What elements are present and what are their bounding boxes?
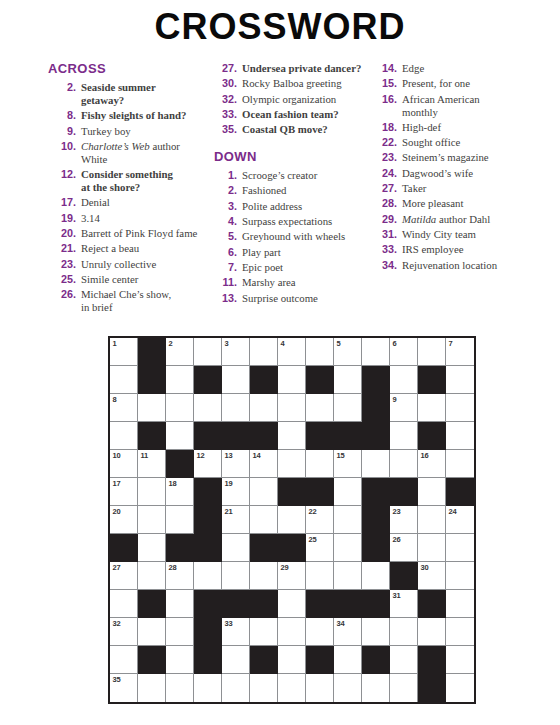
white-cell[interactable]: 4 bbox=[278, 338, 306, 366]
white-cell[interactable] bbox=[390, 422, 418, 450]
clue-text: Sought office bbox=[397, 136, 548, 149]
clue-text: Coastal QB move? bbox=[237, 123, 376, 136]
down-clue-7: 7.Epic poet bbox=[214, 261, 376, 274]
cell-number: 26 bbox=[393, 535, 401, 544]
white-cell[interactable] bbox=[306, 562, 334, 590]
clue-text: High-def bbox=[397, 121, 548, 134]
black-cell bbox=[362, 646, 390, 674]
down-clue-34: 34.Rejuvenation location bbox=[378, 259, 548, 272]
white-cell[interactable]: 33 bbox=[222, 618, 250, 646]
white-cell[interactable] bbox=[334, 506, 362, 534]
clue-number: 25. bbox=[48, 273, 76, 286]
black-cell bbox=[362, 366, 390, 394]
black-cell bbox=[194, 422, 222, 450]
black-cell bbox=[306, 590, 334, 618]
white-cell[interactable]: 20 bbox=[110, 506, 138, 534]
white-cell[interactable] bbox=[418, 478, 446, 506]
white-cell[interactable] bbox=[446, 590, 474, 618]
white-cell[interactable] bbox=[110, 646, 138, 674]
white-cell[interactable] bbox=[446, 646, 474, 674]
white-cell[interactable] bbox=[222, 674, 250, 702]
white-cell[interactable] bbox=[166, 618, 194, 646]
down-clue-2: 2.Fashioned bbox=[214, 184, 376, 197]
down-clue-4: 4.Surpass expectations bbox=[214, 215, 376, 228]
across-clue-21: 21.Reject a beau bbox=[48, 242, 212, 255]
cell-number: 18 bbox=[169, 479, 177, 488]
black-cell bbox=[138, 422, 166, 450]
white-cell[interactable] bbox=[138, 534, 166, 562]
white-cell[interactable] bbox=[138, 394, 166, 422]
down-clue-6: 6.Play part bbox=[214, 246, 376, 259]
clue-text: Windy City team bbox=[397, 228, 548, 241]
cell-number: 20 bbox=[113, 507, 121, 516]
black-cell bbox=[306, 422, 334, 450]
black-cell bbox=[362, 590, 390, 618]
down-clue-18: 18.High-def bbox=[378, 121, 548, 134]
across-clue-27: 27.Undersea private dancer? bbox=[214, 62, 376, 75]
black-cell bbox=[222, 590, 250, 618]
black-cell bbox=[362, 422, 390, 450]
white-cell[interactable] bbox=[110, 422, 138, 450]
cell-number: 1 bbox=[113, 339, 117, 348]
clue-text: Matilda author Dahl bbox=[397, 213, 548, 226]
page-title: CROSSWORD bbox=[0, 6, 560, 48]
black-cell bbox=[418, 590, 446, 618]
white-cell[interactable] bbox=[446, 450, 474, 478]
white-cell[interactable]: 23 bbox=[390, 506, 418, 534]
down-clue-3: 3.Polite address bbox=[214, 200, 376, 213]
white-cell[interactable] bbox=[334, 534, 362, 562]
down-clue-13: 13.Surprise outcome bbox=[214, 292, 376, 305]
down-clue-5: 5.Greyhound with wheels bbox=[214, 230, 376, 243]
white-cell[interactable]: 17 bbox=[110, 478, 138, 506]
white-cell[interactable] bbox=[362, 338, 390, 366]
white-cell[interactable] bbox=[446, 394, 474, 422]
white-cell[interactable] bbox=[418, 618, 446, 646]
black-cell bbox=[250, 590, 278, 618]
white-cell[interactable]: 12 bbox=[194, 450, 222, 478]
white-cell[interactable]: 22 bbox=[306, 506, 334, 534]
black-cell bbox=[446, 478, 474, 506]
white-cell[interactable] bbox=[390, 450, 418, 478]
across-clue-30: 30.Rocky Balboa greeting bbox=[214, 77, 376, 90]
black-cell bbox=[250, 646, 278, 674]
white-cell[interactable] bbox=[446, 618, 474, 646]
black-cell bbox=[194, 366, 222, 394]
cell-number: 11 bbox=[141, 451, 149, 460]
white-cell[interactable]: 29 bbox=[278, 562, 306, 590]
black-cell bbox=[362, 394, 390, 422]
clue-text: Fishy sleights of hand? bbox=[76, 109, 212, 122]
white-cell[interactable] bbox=[390, 618, 418, 646]
white-cell[interactable] bbox=[138, 478, 166, 506]
cell-number: 8 bbox=[113, 395, 117, 404]
white-cell[interactable] bbox=[446, 674, 474, 702]
clue-number: 31. bbox=[378, 228, 397, 241]
black-cell bbox=[138, 366, 166, 394]
white-cell[interactable] bbox=[166, 674, 194, 702]
cell-number: 16 bbox=[421, 451, 429, 460]
across-clue-9: 9.Turkey boy bbox=[48, 125, 212, 138]
white-cell[interactable] bbox=[278, 394, 306, 422]
cell-number: 12 bbox=[197, 451, 205, 460]
white-cell[interactable] bbox=[278, 674, 306, 702]
clue-number: 7. bbox=[214, 261, 237, 274]
white-cell[interactable]: 9 bbox=[390, 394, 418, 422]
white-cell[interactable]: 24 bbox=[446, 506, 474, 534]
clue-text: Simile center bbox=[76, 273, 212, 286]
white-cell[interactable] bbox=[250, 674, 278, 702]
puzzle-page: CROSSWORD ACROSS2.Seaside summer getaway… bbox=[0, 0, 560, 725]
white-cell[interactable]: 13 bbox=[222, 450, 250, 478]
cell-number: 27 bbox=[113, 563, 121, 572]
cell-number: 31 bbox=[393, 591, 401, 600]
clue-number: 11. bbox=[214, 276, 237, 289]
white-cell[interactable]: 10 bbox=[110, 450, 138, 478]
white-cell[interactable] bbox=[278, 618, 306, 646]
clue-number: 23. bbox=[378, 151, 397, 164]
white-cell[interactable] bbox=[418, 394, 446, 422]
clue-number: 22. bbox=[378, 136, 397, 149]
white-cell[interactable] bbox=[446, 422, 474, 450]
down-clue-24: 24.Dagwood’s wife bbox=[378, 167, 548, 180]
down-clue-23: 23.Steinem’s magazine bbox=[378, 151, 548, 164]
down-clue-14: 14.Edge bbox=[378, 62, 548, 75]
clue-number: 32. bbox=[214, 93, 237, 106]
cell-number: 29 bbox=[281, 563, 289, 572]
clue-number: 33. bbox=[214, 108, 237, 121]
white-cell[interactable] bbox=[166, 590, 194, 618]
clue-text: Ocean fashion team? bbox=[237, 108, 376, 121]
white-cell[interactable] bbox=[278, 450, 306, 478]
white-cell[interactable] bbox=[306, 394, 334, 422]
white-cell[interactable] bbox=[278, 506, 306, 534]
cell-number: 15 bbox=[337, 451, 345, 460]
white-cell[interactable] bbox=[362, 450, 390, 478]
clue-text: Unruly collective bbox=[76, 258, 212, 271]
black-cell bbox=[362, 506, 390, 534]
clue-text: Edge bbox=[397, 62, 548, 75]
cell-number: 32 bbox=[113, 619, 121, 628]
white-cell[interactable] bbox=[194, 394, 222, 422]
white-cell[interactable]: 31 bbox=[390, 590, 418, 618]
white-cell[interactable] bbox=[446, 562, 474, 590]
clue-text: Olympic organization bbox=[237, 93, 376, 106]
cell-number: 34 bbox=[337, 619, 345, 628]
white-cell[interactable] bbox=[138, 562, 166, 590]
white-cell[interactable]: 11 bbox=[138, 450, 166, 478]
white-cell[interactable]: 6 bbox=[390, 338, 418, 366]
white-cell[interactable] bbox=[334, 478, 362, 506]
clue-number: 30. bbox=[214, 77, 237, 90]
down-clue-29: 29.Matilda author Dahl bbox=[378, 213, 548, 226]
white-cell[interactable]: 25 bbox=[306, 534, 334, 562]
cell-number: 33 bbox=[225, 619, 233, 628]
white-cell[interactable]: 18 bbox=[166, 478, 194, 506]
black-cell bbox=[306, 478, 334, 506]
white-cell[interactable] bbox=[166, 422, 194, 450]
clue-text: Present, for one bbox=[397, 77, 548, 90]
white-cell[interactable] bbox=[390, 366, 418, 394]
black-cell bbox=[166, 450, 194, 478]
across-clue-12: 12.Consider something at the shore? bbox=[48, 168, 212, 194]
white-cell[interactable] bbox=[362, 674, 390, 702]
across-clue-10: 10.Charlotte’s Web author White bbox=[48, 140, 212, 166]
white-cell[interactable] bbox=[138, 506, 166, 534]
cell-number: 30 bbox=[421, 563, 429, 572]
white-cell[interactable] bbox=[222, 534, 250, 562]
cell-number: 23 bbox=[393, 507, 401, 516]
across-clue-8: 8.Fishy sleights of hand? bbox=[48, 109, 212, 122]
white-cell[interactable] bbox=[446, 534, 474, 562]
clue-text: IRS employee bbox=[397, 243, 548, 256]
clue-column-2: 27.Undersea private dancer?30.Rocky Balb… bbox=[214, 62, 376, 307]
white-cell[interactable] bbox=[138, 618, 166, 646]
clue-number: 8. bbox=[48, 109, 76, 122]
clue-number: 5. bbox=[214, 230, 237, 243]
across-clue-26: 26.Michael Che’s show, in brief bbox=[48, 288, 212, 314]
black-cell bbox=[194, 590, 222, 618]
white-cell[interactable] bbox=[390, 674, 418, 702]
down-clue-27: 27.Taker bbox=[378, 182, 548, 195]
black-cell bbox=[194, 646, 222, 674]
black-cell bbox=[418, 646, 446, 674]
clue-number: 33. bbox=[378, 243, 397, 256]
white-cell[interactable]: 14 bbox=[250, 450, 278, 478]
cell-number: 35 bbox=[113, 675, 121, 684]
black-cell bbox=[250, 422, 278, 450]
clue-text: Michael Che’s show, in brief bbox=[76, 288, 212, 314]
white-cell[interactable] bbox=[390, 646, 418, 674]
white-cell[interactable] bbox=[166, 366, 194, 394]
white-cell[interactable]: 26 bbox=[390, 534, 418, 562]
cell-number: 2 bbox=[169, 339, 173, 348]
black-cell bbox=[418, 366, 446, 394]
white-cell[interactable] bbox=[222, 562, 250, 590]
white-cell[interactable]: 30 bbox=[418, 562, 446, 590]
white-cell[interactable] bbox=[418, 534, 446, 562]
cell-number: 22 bbox=[309, 507, 317, 516]
down-clue-1: 1.Scrooge’s creator bbox=[214, 169, 376, 182]
down-clue-11: 11.Marshy area bbox=[214, 276, 376, 289]
black-cell bbox=[222, 422, 250, 450]
black-cell bbox=[110, 534, 138, 562]
across-clue-2: 2.Seaside summer getaway? bbox=[48, 81, 212, 107]
white-cell[interactable]: 21 bbox=[222, 506, 250, 534]
clue-text: Greyhound with wheels bbox=[237, 230, 376, 243]
across-clue-32: 32.Olympic organization bbox=[214, 93, 376, 106]
white-cell[interactable] bbox=[446, 366, 474, 394]
clue-number: 10. bbox=[48, 140, 76, 166]
cell-number: 9 bbox=[393, 395, 397, 404]
clue-number: 35. bbox=[214, 123, 237, 136]
cell-number: 7 bbox=[449, 339, 453, 348]
clue-number: 12. bbox=[48, 168, 76, 194]
white-cell[interactable] bbox=[250, 562, 278, 590]
cell-number: 6 bbox=[393, 339, 397, 348]
down-clue-15: 15.Present, for one bbox=[378, 77, 548, 90]
clue-number: 16. bbox=[378, 93, 397, 119]
clue-text: Consider something at the shore? bbox=[76, 168, 212, 194]
white-cell[interactable] bbox=[222, 394, 250, 422]
white-cell[interactable]: 32 bbox=[110, 618, 138, 646]
cell-number: 21 bbox=[225, 507, 233, 516]
white-cell[interactable] bbox=[278, 646, 306, 674]
down-clue-31: 31.Windy City team bbox=[378, 228, 548, 241]
white-cell[interactable] bbox=[250, 618, 278, 646]
black-cell bbox=[418, 674, 446, 702]
white-cell[interactable] bbox=[250, 338, 278, 366]
clue-number: 27. bbox=[214, 62, 237, 75]
white-cell[interactable] bbox=[278, 366, 306, 394]
white-cell[interactable] bbox=[250, 506, 278, 534]
black-cell bbox=[194, 534, 222, 562]
across-header: ACROSS bbox=[48, 62, 212, 76]
white-cell[interactable] bbox=[194, 674, 222, 702]
cell-number: 5 bbox=[337, 339, 341, 348]
clue-text: Rocky Balboa greeting bbox=[237, 77, 376, 90]
clue-text: Surpass expectations bbox=[237, 215, 376, 228]
clue-number: 3. bbox=[214, 200, 237, 213]
across-clue-20: 20.Barrett of Pink Floyd fame bbox=[48, 227, 212, 240]
white-cell[interactable] bbox=[306, 674, 334, 702]
clue-number: 9. bbox=[48, 125, 76, 138]
clue-number: 26. bbox=[48, 288, 76, 314]
clue-number: 29. bbox=[378, 213, 397, 226]
cell-number: 24 bbox=[449, 507, 457, 516]
white-cell[interactable] bbox=[334, 394, 362, 422]
clue-text: Epic poet bbox=[237, 261, 376, 274]
black-cell bbox=[138, 646, 166, 674]
white-cell[interactable] bbox=[222, 646, 250, 674]
white-cell[interactable] bbox=[362, 562, 390, 590]
clue-text: Surprise outcome bbox=[237, 292, 376, 305]
down-clue-16: 16.African American monthly bbox=[378, 93, 548, 119]
clue-number: 13. bbox=[214, 292, 237, 305]
black-cell bbox=[194, 506, 222, 534]
white-cell[interactable]: 8 bbox=[110, 394, 138, 422]
clue-text: Marshy area bbox=[237, 276, 376, 289]
clue-number: 2. bbox=[48, 81, 76, 107]
clue-text: Taker bbox=[397, 182, 548, 195]
cell-number: 28 bbox=[169, 563, 177, 572]
black-cell bbox=[138, 590, 166, 618]
cell-number: 10 bbox=[113, 451, 121, 460]
clue-text: Turkey boy bbox=[76, 125, 212, 138]
clue-text: Seaside summer getaway? bbox=[76, 81, 212, 107]
white-cell[interactable] bbox=[278, 422, 306, 450]
clue-text: Charlotte’s Web author White bbox=[76, 140, 212, 166]
white-cell[interactable]: 19 bbox=[222, 478, 250, 506]
white-cell[interactable] bbox=[222, 366, 250, 394]
white-cell[interactable] bbox=[110, 590, 138, 618]
across-clue-25: 25.Simile center bbox=[48, 273, 212, 286]
cell-number: 17 bbox=[113, 479, 121, 488]
white-cell[interactable] bbox=[138, 674, 166, 702]
clue-number: 2. bbox=[214, 184, 237, 197]
clue-text: Fashioned bbox=[237, 184, 376, 197]
black-cell bbox=[250, 366, 278, 394]
white-cell[interactable]: 2 bbox=[166, 338, 194, 366]
white-cell[interactable]: 5 bbox=[334, 338, 362, 366]
clue-number: 19. bbox=[48, 212, 76, 225]
white-cell[interactable]: 16 bbox=[418, 450, 446, 478]
cell-number: 4 bbox=[281, 339, 285, 348]
white-cell[interactable] bbox=[362, 618, 390, 646]
white-cell[interactable] bbox=[306, 618, 334, 646]
clue-number: 24. bbox=[378, 167, 397, 180]
clue-column-3: 14.Edge15.Present, for one16.African Ame… bbox=[378, 62, 548, 274]
black-cell bbox=[166, 534, 194, 562]
white-cell[interactable]: 3 bbox=[222, 338, 250, 366]
black-cell bbox=[306, 646, 334, 674]
cell-number: 13 bbox=[225, 451, 233, 460]
clue-text: Polite address bbox=[237, 200, 376, 213]
black-cell bbox=[362, 478, 390, 506]
black-cell bbox=[362, 534, 390, 562]
clue-number: 14. bbox=[378, 62, 397, 75]
clue-text: Reject a beau bbox=[76, 242, 212, 255]
down-clue-28: 28.More pleasant bbox=[378, 197, 548, 210]
cell-number: 19 bbox=[225, 479, 233, 488]
black-cell bbox=[278, 534, 306, 562]
white-cell[interactable] bbox=[306, 338, 334, 366]
white-cell[interactable] bbox=[334, 366, 362, 394]
clue-text: Dagwood’s wife bbox=[397, 167, 548, 180]
white-cell[interactable] bbox=[166, 506, 194, 534]
white-cell[interactable]: 35 bbox=[110, 674, 138, 702]
clue-text: Steinem’s magazine bbox=[397, 151, 548, 164]
white-cell[interactable] bbox=[418, 338, 446, 366]
white-cell[interactable]: 28 bbox=[166, 562, 194, 590]
white-cell[interactable] bbox=[334, 646, 362, 674]
white-cell[interactable] bbox=[194, 562, 222, 590]
clue-text: Denial bbox=[76, 196, 212, 209]
white-cell[interactable] bbox=[110, 366, 138, 394]
white-cell[interactable] bbox=[250, 394, 278, 422]
clue-text: Undersea private dancer? bbox=[237, 62, 376, 75]
clue-number: 21. bbox=[48, 242, 76, 255]
clue-number: 6. bbox=[214, 246, 237, 259]
black-cell bbox=[194, 618, 222, 646]
white-cell[interactable]: 7 bbox=[446, 338, 474, 366]
white-cell[interactable]: 15 bbox=[334, 450, 362, 478]
white-cell[interactable] bbox=[306, 450, 334, 478]
cell-number: 14 bbox=[253, 451, 261, 460]
white-cell[interactable] bbox=[418, 506, 446, 534]
white-cell[interactable] bbox=[166, 394, 194, 422]
white-cell[interactable] bbox=[250, 478, 278, 506]
black-cell bbox=[334, 590, 362, 618]
across-clue-19: 19.3.14 bbox=[48, 212, 212, 225]
black-cell bbox=[194, 478, 222, 506]
clue-text: Scrooge’s creator bbox=[237, 169, 376, 182]
white-cell[interactable]: 27 bbox=[110, 562, 138, 590]
white-cell[interactable] bbox=[278, 590, 306, 618]
white-cell[interactable] bbox=[334, 562, 362, 590]
clue-number: 23. bbox=[48, 258, 76, 271]
white-cell[interactable] bbox=[334, 674, 362, 702]
across-clue-35: 35.Coastal QB move? bbox=[214, 123, 376, 136]
down-clue-22: 22.Sought office bbox=[378, 136, 548, 149]
clue-number: 28. bbox=[378, 197, 397, 210]
white-cell[interactable] bbox=[166, 646, 194, 674]
white-cell[interactable]: 1 bbox=[110, 338, 138, 366]
clue-text: African American monthly bbox=[397, 93, 548, 119]
clue-number: 15. bbox=[378, 77, 397, 90]
white-cell[interactable]: 34 bbox=[334, 618, 362, 646]
white-cell[interactable] bbox=[194, 338, 222, 366]
